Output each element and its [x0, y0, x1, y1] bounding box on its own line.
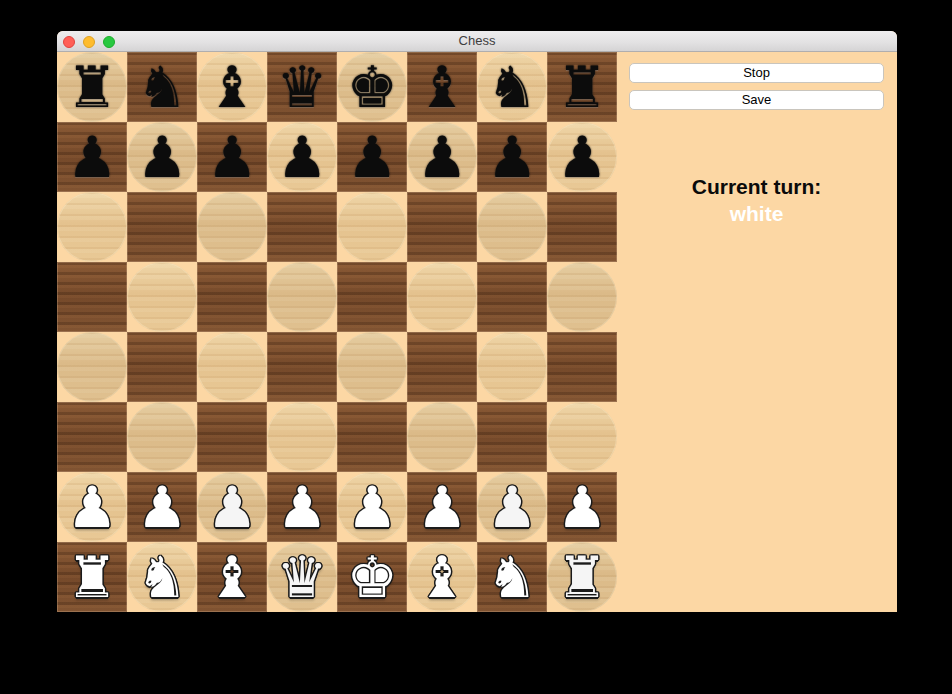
square-h6[interactable] — [547, 192, 617, 262]
piece-white-rook[interactable]: ♜ — [556, 542, 607, 612]
piece-black-pawn[interactable]: ♟ — [276, 122, 327, 192]
square-a1[interactable]: ♜ — [57, 542, 127, 612]
square-d4[interactable] — [267, 332, 337, 402]
square-g3[interactable] — [477, 402, 547, 472]
square-b7[interactable]: ♟ — [127, 122, 197, 192]
square-b5[interactable] — [127, 262, 197, 332]
square-a4[interactable] — [57, 332, 127, 402]
square-a7[interactable]: ♟ — [57, 122, 127, 192]
square-d7[interactable]: ♟ — [267, 122, 337, 192]
piece-white-pawn[interactable]: ♟ — [486, 472, 537, 542]
turn-status-value: white — [629, 200, 884, 227]
square-h5[interactable] — [547, 262, 617, 332]
square-e5[interactable] — [337, 262, 407, 332]
square-g2[interactable]: ♟ — [477, 472, 547, 542]
piece-white-pawn[interactable]: ♟ — [556, 472, 607, 542]
piece-white-pawn[interactable]: ♟ — [346, 472, 397, 542]
square-b4[interactable] — [127, 332, 197, 402]
square-g5[interactable] — [477, 262, 547, 332]
square-d1[interactable]: ♛ — [267, 542, 337, 612]
square-h2[interactable]: ♟ — [547, 472, 617, 542]
piece-black-king[interactable]: ♚ — [346, 52, 397, 122]
stop-button[interactable]: Stop — [629, 63, 884, 83]
square-d3[interactable] — [267, 402, 337, 472]
save-button[interactable]: Save — [629, 90, 884, 110]
square-e8[interactable]: ♚ — [337, 52, 407, 122]
square-d5[interactable] — [267, 262, 337, 332]
piece-black-pawn[interactable]: ♟ — [346, 122, 397, 192]
piece-white-knight[interactable]: ♞ — [486, 542, 537, 612]
square-f6[interactable] — [407, 192, 477, 262]
piece-white-bishop[interactable]: ♝ — [416, 542, 467, 612]
piece-white-rook[interactable]: ♜ — [66, 542, 117, 612]
square-d6[interactable] — [267, 192, 337, 262]
window-content: ♜♞♝♛♚♝♞♜♟♟♟♟♟♟♟♟♟♟♟♟♟♟♟♟♜♞♝♛♚♝♞♜ Stop Sa… — [57, 52, 897, 612]
square-f2[interactable]: ♟ — [407, 472, 477, 542]
piece-black-queen[interactable]: ♛ — [276, 52, 327, 122]
square-g7[interactable]: ♟ — [477, 122, 547, 192]
square-c3[interactable] — [197, 402, 267, 472]
piece-white-king[interactable]: ♚ — [346, 542, 397, 612]
turn-status: Current turn: white — [629, 173, 884, 227]
square-d2[interactable]: ♟ — [267, 472, 337, 542]
close-button[interactable] — [63, 36, 75, 48]
square-g1[interactable]: ♞ — [477, 542, 547, 612]
window-title: Chess — [57, 31, 897, 51]
square-f3[interactable] — [407, 402, 477, 472]
window-controls — [57, 31, 115, 52]
square-a6[interactable] — [57, 192, 127, 262]
chess-board: ♜♞♝♛♚♝♞♜♟♟♟♟♟♟♟♟♟♟♟♟♟♟♟♟♜♞♝♛♚♝♞♜ — [57, 52, 617, 612]
square-h3[interactable] — [547, 402, 617, 472]
square-b6[interactable] — [127, 192, 197, 262]
square-f5[interactable] — [407, 262, 477, 332]
piece-black-pawn[interactable]: ♟ — [136, 122, 187, 192]
piece-white-pawn[interactable]: ♟ — [206, 472, 257, 542]
piece-black-knight[interactable]: ♞ — [486, 52, 537, 122]
square-c8[interactable]: ♝ — [197, 52, 267, 122]
square-d8[interactable]: ♛ — [267, 52, 337, 122]
square-h8[interactable]: ♜ — [547, 52, 617, 122]
piece-black-rook[interactable]: ♜ — [66, 52, 117, 122]
piece-white-pawn[interactable]: ♟ — [136, 472, 187, 542]
square-g8[interactable]: ♞ — [477, 52, 547, 122]
piece-black-pawn[interactable]: ♟ — [416, 122, 467, 192]
square-e6[interactable] — [337, 192, 407, 262]
square-f8[interactable]: ♝ — [407, 52, 477, 122]
title-bar[interactable]: Chess — [57, 31, 897, 52]
square-f7[interactable]: ♟ — [407, 122, 477, 192]
square-g4[interactable] — [477, 332, 547, 402]
square-c4[interactable] — [197, 332, 267, 402]
square-a8[interactable]: ♜ — [57, 52, 127, 122]
square-h7[interactable]: ♟ — [547, 122, 617, 192]
square-e2[interactable]: ♟ — [337, 472, 407, 542]
square-f4[interactable] — [407, 332, 477, 402]
piece-white-pawn[interactable]: ♟ — [66, 472, 117, 542]
square-c6[interactable] — [197, 192, 267, 262]
piece-black-bishop[interactable]: ♝ — [416, 52, 467, 122]
square-c2[interactable]: ♟ — [197, 472, 267, 542]
square-b1[interactable]: ♞ — [127, 542, 197, 612]
piece-white-queen[interactable]: ♛ — [276, 542, 327, 612]
square-c7[interactable]: ♟ — [197, 122, 267, 192]
square-b8[interactable]: ♞ — [127, 52, 197, 122]
piece-black-pawn[interactable]: ♟ — [66, 122, 117, 192]
piece-black-pawn[interactable]: ♟ — [556, 122, 607, 192]
minimize-button[interactable] — [83, 36, 95, 48]
square-a5[interactable] — [57, 262, 127, 332]
square-e1[interactable]: ♚ — [337, 542, 407, 612]
square-e3[interactable] — [337, 402, 407, 472]
square-c1[interactable]: ♝ — [197, 542, 267, 612]
chess-app-window: Chess ♜♞♝♛♚♝♞♜♟♟♟♟♟♟♟♟♟♟♟♟♟♟♟♟♜♞♝♛♚♝♞♜ S… — [57, 31, 897, 612]
piece-white-knight[interactable]: ♞ — [136, 542, 187, 612]
piece-black-pawn[interactable]: ♟ — [486, 122, 537, 192]
piece-black-knight[interactable]: ♞ — [136, 52, 187, 122]
square-a3[interactable] — [57, 402, 127, 472]
square-b2[interactable]: ♟ — [127, 472, 197, 542]
square-g6[interactable] — [477, 192, 547, 262]
square-c5[interactable] — [197, 262, 267, 332]
square-b3[interactable] — [127, 402, 197, 472]
zoom-button[interactable] — [103, 36, 115, 48]
sidebar: Stop Save Current turn: white — [617, 52, 897, 612]
piece-black-pawn[interactable]: ♟ — [206, 122, 257, 192]
square-h4[interactable] — [547, 332, 617, 402]
piece-white-bishop[interactable]: ♝ — [206, 542, 257, 612]
turn-status-label: Current turn: — [629, 173, 884, 200]
square-f1[interactable]: ♝ — [407, 542, 477, 612]
piece-white-pawn[interactable]: ♟ — [276, 472, 327, 542]
square-h1[interactable]: ♜ — [547, 542, 617, 612]
square-e7[interactable]: ♟ — [337, 122, 407, 192]
piece-black-bishop[interactable]: ♝ — [206, 52, 257, 122]
piece-white-pawn[interactable]: ♟ — [416, 472, 467, 542]
piece-black-rook[interactable]: ♜ — [556, 52, 607, 122]
square-e4[interactable] — [337, 332, 407, 402]
square-a2[interactable]: ♟ — [57, 472, 127, 542]
